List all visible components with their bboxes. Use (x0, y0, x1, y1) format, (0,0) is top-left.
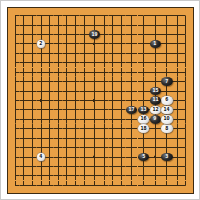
intersection-6-10[interactable] (54, 96, 63, 105)
intersection-10-4[interactable] (88, 39, 100, 48)
intersection-9-2[interactable] (80, 20, 89, 29)
intersection-12-10[interactable] (109, 96, 118, 105)
intersection-3-4[interactable] (28, 39, 37, 48)
intersection-15-14[interactable] (138, 133, 150, 142)
intersection-19-7[interactable] (181, 68, 190, 77)
intersection-19-10[interactable] (181, 96, 190, 105)
intersection-3-6[interactable] (28, 58, 37, 67)
intersection-10-17[interactable] (88, 162, 100, 171)
intersection-13-13[interactable] (117, 124, 126, 133)
intersection-14-10[interactable] (126, 96, 138, 105)
intersection-6-14[interactable] (54, 133, 63, 142)
intersection-19-12[interactable] (181, 115, 190, 124)
intersection-11-2[interactable] (100, 20, 109, 29)
intersection-15-18[interactable] (138, 171, 150, 180)
intersection-9-18[interactable] (80, 171, 89, 180)
intersection-7-16[interactable] (63, 152, 72, 161)
intersection-16-15[interactable] (149, 143, 161, 152)
intersection-12-16[interactable] (109, 152, 118, 161)
intersection-4-1[interactable] (37, 11, 46, 20)
intersection-16-3[interactable] (149, 30, 161, 39)
intersection-3-19[interactable] (28, 181, 37, 190)
intersection-11-5[interactable] (100, 49, 109, 58)
intersection-4-7[interactable] (37, 68, 46, 77)
intersection-11-17[interactable] (100, 162, 109, 171)
intersection-19-3[interactable] (181, 30, 190, 39)
intersection-8-19[interactable] (71, 181, 80, 190)
intersection-17-14[interactable] (161, 133, 173, 142)
intersection-10-10[interactable] (88, 96, 100, 105)
intersection-2-3[interactable] (20, 30, 29, 39)
intersection-9-16[interactable] (80, 152, 89, 161)
intersection-3-7[interactable] (28, 68, 37, 77)
intersection-12-2[interactable] (109, 20, 118, 29)
intersection-2-8[interactable] (20, 77, 29, 86)
intersection-19-19[interactable] (181, 181, 190, 190)
intersection-9-7[interactable] (80, 68, 89, 77)
intersection-15-19[interactable] (138, 181, 150, 190)
intersection-6-16[interactable] (54, 152, 63, 161)
intersection-19-2[interactable] (181, 20, 190, 29)
intersection-17-5[interactable] (161, 49, 173, 58)
intersection-16-8[interactable] (149, 77, 161, 86)
intersection-15-8[interactable] (138, 77, 150, 86)
intersection-8-7[interactable] (71, 68, 80, 77)
intersection-12-15[interactable] (109, 143, 118, 152)
intersection-7-6[interactable] (63, 58, 72, 67)
intersection-14-1[interactable] (126, 11, 138, 20)
intersection-2-2[interactable] (20, 20, 29, 29)
intersection-13-8[interactable] (117, 77, 126, 86)
intersection-1-4[interactable] (11, 39, 20, 48)
intersection-8-6[interactable] (71, 58, 80, 67)
intersection-3-11[interactable] (28, 105, 37, 114)
intersection-18-6[interactable] (173, 58, 182, 67)
intersection-19-5[interactable] (181, 49, 190, 58)
intersection-1-11[interactable] (11, 105, 20, 114)
intersection-4-17[interactable] (37, 162, 46, 171)
intersection-2-5[interactable] (20, 49, 29, 58)
intersection-11-6[interactable] (100, 58, 109, 67)
intersection-13-7[interactable] (117, 68, 126, 77)
intersection-2-18[interactable] (20, 171, 29, 180)
intersection-8-14[interactable] (71, 133, 80, 142)
intersection-3-2[interactable] (28, 20, 37, 29)
intersection-11-19[interactable] (100, 181, 109, 190)
intersection-15-1[interactable] (138, 11, 150, 20)
intersection-3-18[interactable] (28, 171, 37, 180)
intersection-5-15[interactable] (45, 143, 54, 152)
intersection-13-6[interactable] (117, 58, 126, 67)
intersection-9-4[interactable] (80, 39, 89, 48)
intersection-11-14[interactable] (100, 133, 109, 142)
intersection-16-16[interactable] (149, 152, 161, 161)
intersection-8-18[interactable] (71, 171, 80, 180)
intersection-6-7[interactable] (54, 68, 63, 77)
intersection-9-19[interactable] (80, 181, 89, 190)
intersection-16-6[interactable] (149, 58, 161, 67)
intersection-3-9[interactable] (28, 86, 37, 95)
intersection-16-2[interactable] (149, 20, 161, 29)
intersection-19-14[interactable] (181, 133, 190, 142)
intersection-7-10[interactable] (63, 96, 72, 105)
intersection-18-18[interactable] (173, 171, 182, 180)
intersection-4-11[interactable] (37, 105, 46, 114)
intersection-14-12[interactable] (126, 115, 138, 124)
intersection-4-19[interactable] (37, 181, 46, 190)
intersection-13-16[interactable] (117, 152, 126, 161)
intersection-18-17[interactable] (173, 162, 182, 171)
intersection-6-3[interactable] (54, 30, 63, 39)
intersection-5-1[interactable] (45, 11, 54, 20)
intersection-5-3[interactable] (45, 30, 54, 39)
intersection-4-6[interactable] (37, 58, 46, 67)
intersection-7-3[interactable] (63, 30, 72, 39)
intersection-1-13[interactable] (11, 124, 20, 133)
intersection-17-15[interactable] (161, 143, 173, 152)
intersection-15-5[interactable] (138, 49, 150, 58)
intersection-2-1[interactable] (20, 11, 29, 20)
intersection-3-5[interactable] (28, 49, 37, 58)
intersection-6-18[interactable] (54, 171, 63, 180)
intersection-11-8[interactable] (100, 77, 109, 86)
intersection-8-1[interactable] (71, 11, 80, 20)
intersection-11-9[interactable] (100, 86, 109, 95)
intersection-8-9[interactable] (71, 86, 80, 95)
intersection-16-19[interactable] (149, 181, 161, 190)
intersection-2-10[interactable] (20, 96, 29, 105)
intersection-10-15[interactable] (88, 143, 100, 152)
intersection-18-11[interactable] (173, 105, 182, 114)
intersection-19-17[interactable] (181, 162, 190, 171)
intersection-8-13[interactable] (71, 124, 80, 133)
intersection-10-2[interactable] (88, 20, 100, 29)
intersection-14-4[interactable] (126, 39, 138, 48)
intersection-17-6[interactable] (161, 58, 173, 67)
intersection-3-12[interactable] (28, 115, 37, 124)
intersection-11-18[interactable] (100, 171, 109, 180)
intersection-5-2[interactable] (45, 20, 54, 29)
intersection-5-14[interactable] (45, 133, 54, 142)
intersection-18-12[interactable] (173, 115, 182, 124)
intersection-1-14[interactable] (11, 133, 20, 142)
intersection-17-19[interactable] (161, 181, 173, 190)
intersection-12-5[interactable] (109, 49, 118, 58)
intersection-13-11[interactable] (117, 105, 126, 114)
intersection-4-3[interactable] (37, 30, 46, 39)
intersection-1-16[interactable] (11, 152, 20, 161)
intersection-16-7[interactable] (149, 68, 161, 77)
intersection-17-9[interactable] (161, 86, 173, 95)
intersection-14-3[interactable] (126, 30, 138, 39)
intersection-8-3[interactable] (71, 30, 80, 39)
intersection-7-12[interactable] (63, 115, 72, 124)
intersection-6-11[interactable] (54, 105, 63, 114)
intersection-9-9[interactable] (80, 86, 89, 95)
intersection-8-11[interactable] (71, 105, 80, 114)
intersection-19-11[interactable] (181, 105, 190, 114)
intersection-1-5[interactable] (11, 49, 20, 58)
intersection-18-7[interactable] (173, 68, 182, 77)
intersection-19-13[interactable] (181, 124, 190, 133)
intersection-5-10[interactable] (45, 96, 54, 105)
intersection-3-16[interactable] (28, 152, 37, 161)
intersection-18-8[interactable] (173, 77, 182, 86)
intersection-18-5[interactable] (173, 49, 182, 58)
intersection-15-17[interactable] (138, 162, 150, 171)
intersection-18-19[interactable] (173, 181, 182, 190)
intersection-4-10[interactable] (37, 96, 46, 105)
intersection-8-16[interactable] (71, 152, 80, 161)
intersection-1-12[interactable] (11, 115, 20, 124)
intersection-10-8[interactable] (88, 77, 100, 86)
intersection-12-6[interactable] (109, 58, 118, 67)
intersection-11-4[interactable] (100, 39, 109, 48)
intersection-13-18[interactable] (117, 171, 126, 180)
intersection-7-8[interactable] (63, 77, 72, 86)
intersection-9-8[interactable] (80, 77, 89, 86)
intersection-1-7[interactable] (11, 68, 20, 77)
intersection-10-6[interactable] (88, 58, 100, 67)
intersection-7-13[interactable] (63, 124, 72, 133)
intersection-15-9[interactable] (138, 86, 150, 95)
intersection-17-4[interactable] (161, 39, 173, 48)
intersection-6-17[interactable] (54, 162, 63, 171)
intersection-6-8[interactable] (54, 77, 63, 86)
intersection-15-10[interactable] (138, 96, 150, 105)
intersection-8-8[interactable] (71, 77, 80, 86)
intersection-7-7[interactable] (63, 68, 72, 77)
intersection-11-12[interactable] (100, 115, 109, 124)
intersection-4-14[interactable] (37, 133, 46, 142)
intersection-11-1[interactable] (100, 11, 109, 20)
intersection-1-15[interactable] (11, 143, 20, 152)
intersection-11-16[interactable] (100, 152, 109, 161)
intersection-6-9[interactable] (54, 86, 63, 95)
intersection-8-17[interactable] (71, 162, 80, 171)
intersection-14-15[interactable] (126, 143, 138, 152)
intersection-1-19[interactable] (11, 181, 20, 190)
intersection-8-4[interactable] (71, 39, 80, 48)
intersection-3-1[interactable] (28, 11, 37, 20)
intersection-14-18[interactable] (126, 171, 138, 180)
intersection-2-16[interactable] (20, 152, 29, 161)
intersection-9-1[interactable] (80, 11, 89, 20)
intersection-5-7[interactable] (45, 68, 54, 77)
intersection-12-1[interactable] (109, 11, 118, 20)
intersection-11-7[interactable] (100, 68, 109, 77)
intersection-12-18[interactable] (109, 171, 118, 180)
intersection-6-2[interactable] (54, 20, 63, 29)
intersection-5-5[interactable] (45, 49, 54, 58)
intersection-18-2[interactable] (173, 20, 182, 29)
intersection-12-4[interactable] (109, 39, 118, 48)
intersection-14-7[interactable] (126, 68, 138, 77)
intersection-13-12[interactable] (117, 115, 126, 124)
intersection-17-7[interactable] (161, 68, 173, 77)
intersection-13-15[interactable] (117, 143, 126, 152)
intersection-7-5[interactable] (63, 49, 72, 58)
intersection-2-15[interactable] (20, 143, 29, 152)
intersection-14-9[interactable] (126, 86, 138, 95)
intersection-3-15[interactable] (28, 143, 37, 152)
intersection-2-14[interactable] (20, 133, 29, 142)
intersection-6-19[interactable] (54, 181, 63, 190)
intersection-9-5[interactable] (80, 49, 89, 58)
intersection-4-5[interactable] (37, 49, 46, 58)
intersection-14-2[interactable] (126, 20, 138, 29)
intersection-12-7[interactable] (109, 68, 118, 77)
intersection-19-1[interactable] (181, 11, 190, 20)
intersection-1-1[interactable] (11, 11, 20, 20)
intersection-13-5[interactable] (117, 49, 126, 58)
intersection-6-12[interactable] (54, 115, 63, 124)
intersection-8-10[interactable] (71, 96, 80, 105)
intersection-18-1[interactable] (173, 11, 182, 20)
intersection-7-4[interactable] (63, 39, 72, 48)
intersection-16-18[interactable] (149, 171, 161, 180)
intersection-9-14[interactable] (80, 133, 89, 142)
intersection-13-3[interactable] (117, 30, 126, 39)
intersection-2-19[interactable] (20, 181, 29, 190)
intersection-7-17[interactable] (63, 162, 72, 171)
intersection-5-18[interactable] (45, 171, 54, 180)
intersection-1-18[interactable] (11, 171, 20, 180)
intersection-4-15[interactable] (37, 143, 46, 152)
intersection-18-4[interactable] (173, 39, 182, 48)
intersection-6-15[interactable] (54, 143, 63, 152)
intersection-9-10[interactable] (80, 96, 89, 105)
intersection-4-13[interactable] (37, 124, 46, 133)
intersection-18-14[interactable] (173, 133, 182, 142)
intersection-6-5[interactable] (54, 49, 63, 58)
intersection-19-16[interactable] (181, 152, 190, 161)
intersection-5-19[interactable] (45, 181, 54, 190)
intersection-15-15[interactable] (138, 143, 150, 152)
intersection-1-3[interactable] (11, 30, 20, 39)
intersection-2-9[interactable] (20, 86, 29, 95)
intersection-7-1[interactable] (63, 11, 72, 20)
intersection-13-1[interactable] (117, 11, 126, 20)
intersection-6-13[interactable] (54, 124, 63, 133)
intersection-8-12[interactable] (71, 115, 80, 124)
intersection-7-9[interactable] (63, 86, 72, 95)
intersection-3-14[interactable] (28, 133, 37, 142)
intersection-11-15[interactable] (100, 143, 109, 152)
intersection-13-4[interactable] (117, 39, 126, 48)
intersection-9-12[interactable] (80, 115, 89, 124)
intersection-3-8[interactable] (28, 77, 37, 86)
intersection-17-2[interactable] (161, 20, 173, 29)
intersection-15-6[interactable] (138, 58, 150, 67)
intersection-9-3[interactable] (80, 30, 89, 39)
intersection-14-5[interactable] (126, 49, 138, 58)
intersection-14-6[interactable] (126, 58, 138, 67)
intersection-4-12[interactable] (37, 115, 46, 124)
intersection-12-17[interactable] (109, 162, 118, 171)
intersection-14-19[interactable] (126, 181, 138, 190)
intersection-18-3[interactable] (173, 30, 182, 39)
intersection-13-17[interactable] (117, 162, 126, 171)
intersection-10-13[interactable] (88, 124, 100, 133)
intersection-2-11[interactable] (20, 105, 29, 114)
intersection-10-9[interactable] (88, 86, 100, 95)
intersection-11-10[interactable] (100, 96, 109, 105)
intersection-12-3[interactable] (109, 30, 118, 39)
intersection-9-6[interactable] (80, 58, 89, 67)
intersection-13-2[interactable] (117, 20, 126, 29)
intersection-12-13[interactable] (109, 124, 118, 133)
intersection-15-7[interactable] (138, 68, 150, 77)
intersection-12-8[interactable] (109, 77, 118, 86)
intersection-19-8[interactable] (181, 77, 190, 86)
intersection-3-17[interactable] (28, 162, 37, 171)
intersection-17-3[interactable] (161, 30, 173, 39)
intersection-9-11[interactable] (80, 105, 89, 114)
intersection-4-18[interactable] (37, 171, 46, 180)
intersection-10-12[interactable] (88, 115, 100, 124)
intersection-19-18[interactable] (181, 171, 190, 180)
intersection-9-17[interactable] (80, 162, 89, 171)
intersection-18-15[interactable] (173, 143, 182, 152)
intersection-6-4[interactable] (54, 39, 63, 48)
intersection-13-9[interactable] (117, 86, 126, 95)
intersection-14-16[interactable] (126, 152, 138, 161)
intersection-12-9[interactable] (109, 86, 118, 95)
intersection-8-5[interactable] (71, 49, 80, 58)
intersection-5-4[interactable] (45, 39, 54, 48)
intersection-4-2[interactable] (37, 20, 46, 29)
intersection-7-15[interactable] (63, 143, 72, 152)
intersection-18-10[interactable] (173, 96, 182, 105)
intersection-17-17[interactable] (161, 162, 173, 171)
intersection-10-18[interactable] (88, 171, 100, 180)
intersection-12-19[interactable] (109, 181, 118, 190)
intersection-3-3[interactable] (28, 30, 37, 39)
intersection-16-14[interactable] (149, 133, 161, 142)
intersection-18-13[interactable] (173, 124, 182, 133)
intersection-14-8[interactable] (126, 77, 138, 86)
intersection-17-1[interactable] (161, 11, 173, 20)
intersection-10-14[interactable] (88, 133, 100, 142)
intersection-5-11[interactable] (45, 105, 54, 114)
intersection-15-4[interactable] (138, 39, 150, 48)
intersection-18-9[interactable] (173, 86, 182, 95)
intersection-5-16[interactable] (45, 152, 54, 161)
intersection-18-16[interactable] (173, 152, 182, 161)
intersection-4-9[interactable] (37, 86, 46, 95)
intersection-9-13[interactable] (80, 124, 89, 133)
intersection-5-12[interactable] (45, 115, 54, 124)
intersection-11-13[interactable] (100, 124, 109, 133)
intersection-12-14[interactable] (109, 133, 118, 142)
intersection-5-8[interactable] (45, 77, 54, 86)
intersection-1-10[interactable] (11, 96, 20, 105)
intersection-5-17[interactable] (45, 162, 54, 171)
intersection-12-12[interactable] (109, 115, 118, 124)
intersection-6-6[interactable] (54, 58, 63, 67)
intersection-15-2[interactable] (138, 20, 150, 29)
intersection-7-14[interactable] (63, 133, 72, 142)
intersection-19-4[interactable] (181, 39, 190, 48)
intersection-2-17[interactable] (20, 162, 29, 171)
intersection-9-15[interactable] (80, 143, 89, 152)
intersection-8-15[interactable] (71, 143, 80, 152)
intersection-13-14[interactable] (117, 133, 126, 142)
intersection-10-5[interactable] (88, 49, 100, 58)
intersection-1-2[interactable] (11, 20, 20, 29)
intersection-16-1[interactable] (149, 11, 161, 20)
